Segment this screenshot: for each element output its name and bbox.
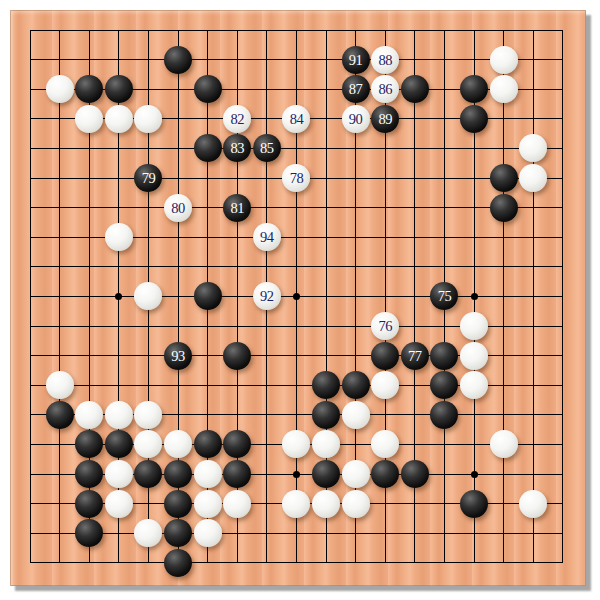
move-number: 89: [378, 105, 392, 133]
move-number: 83: [230, 134, 244, 162]
black-stone: [430, 401, 458, 429]
move-number: 80: [171, 194, 185, 222]
white-stone: [164, 430, 192, 458]
white-stone: [223, 490, 251, 518]
white-stone: [519, 164, 547, 192]
move-number: 93: [171, 342, 185, 370]
white-stone: [490, 430, 518, 458]
black-stone: [223, 460, 251, 488]
black-stone: [134, 460, 162, 488]
white-stone: [75, 105, 103, 133]
move-number: 90: [349, 105, 363, 133]
white-stone: [460, 312, 488, 340]
white-stone: 76: [371, 312, 399, 340]
move-number: 87: [349, 75, 363, 103]
white-stone: [460, 342, 488, 370]
white-stone: [75, 401, 103, 429]
move-number: 94: [260, 223, 274, 251]
black-stone: [312, 371, 340, 399]
black-stone: [46, 401, 74, 429]
black-stone: [194, 134, 222, 162]
black-stone: [105, 75, 133, 103]
white-stone: [105, 401, 133, 429]
black-stone: [342, 371, 370, 399]
black-stone: [490, 164, 518, 192]
white-stone: 84: [282, 105, 310, 133]
move-number: 86: [378, 75, 392, 103]
star-point: [293, 471, 300, 478]
black-stone: [164, 490, 192, 518]
black-stone: [430, 371, 458, 399]
move-number: 77: [408, 342, 422, 370]
star-point: [115, 293, 122, 300]
black-stone: [490, 194, 518, 222]
move-number: 82: [230, 105, 244, 133]
black-stone: [164, 549, 192, 577]
move-number: 78: [290, 164, 304, 192]
white-stone: [134, 430, 162, 458]
black-stone: 85: [253, 134, 281, 162]
black-stone: 81: [223, 194, 251, 222]
black-stone: [75, 75, 103, 103]
black-stone: [194, 430, 222, 458]
black-stone: [75, 460, 103, 488]
white-stone: [134, 282, 162, 310]
white-stone: [105, 460, 133, 488]
grid-line-horizontal: [30, 533, 564, 534]
black-stone: [371, 460, 399, 488]
black-stone: 93: [164, 342, 192, 370]
grid-line-vertical: [562, 30, 563, 564]
black-stone: [223, 430, 251, 458]
grid-line-vertical: [503, 30, 504, 564]
black-stone: 91: [342, 46, 370, 74]
black-stone: [164, 460, 192, 488]
white-stone: [134, 519, 162, 547]
white-stone: [519, 490, 547, 518]
grid-line-vertical: [533, 30, 534, 564]
move-number: 76: [378, 312, 392, 340]
black-stone: [194, 282, 222, 310]
white-stone: [194, 490, 222, 518]
black-stone: 89: [371, 105, 399, 133]
white-stone: [134, 105, 162, 133]
white-stone: [312, 490, 340, 518]
white-stone: [371, 371, 399, 399]
black-stone: 87: [342, 75, 370, 103]
black-stone: 79: [134, 164, 162, 192]
move-number: 75: [438, 282, 452, 310]
white-stone: [490, 46, 518, 74]
black-stone: [105, 430, 133, 458]
white-stone: [342, 460, 370, 488]
white-stone: [105, 490, 133, 518]
white-stone: 86: [371, 75, 399, 103]
white-stone: [342, 490, 370, 518]
white-stone: [46, 75, 74, 103]
white-stone: [105, 223, 133, 251]
white-stone: 78: [282, 164, 310, 192]
move-number: 91: [349, 46, 363, 74]
black-stone: [401, 75, 429, 103]
black-stone: [312, 460, 340, 488]
white-stone: [194, 460, 222, 488]
grid-line-horizontal: [30, 562, 564, 563]
black-stone: [460, 75, 488, 103]
move-number: 81: [230, 194, 244, 222]
move-number: 88: [378, 46, 392, 74]
move-number: 84: [290, 105, 304, 133]
black-stone: [75, 519, 103, 547]
black-stone: 75: [430, 282, 458, 310]
black-stone: [430, 342, 458, 370]
move-number: 79: [142, 164, 156, 192]
white-stone: [342, 401, 370, 429]
go-board[interactable]: 9188878682849089838579788081949275769377: [10, 10, 586, 586]
white-stone: [46, 371, 74, 399]
star-point: [471, 471, 478, 478]
white-stone: [312, 430, 340, 458]
white-stone: [282, 490, 310, 518]
white-stone: [194, 519, 222, 547]
black-stone: [75, 430, 103, 458]
black-stone: [223, 342, 251, 370]
star-point: [471, 293, 478, 300]
white-stone: [490, 75, 518, 103]
white-stone: [460, 371, 488, 399]
white-stone: 94: [253, 223, 281, 251]
black-stone: [164, 46, 192, 74]
white-stone: 92: [253, 282, 281, 310]
white-stone: 82: [223, 105, 251, 133]
move-number: 92: [260, 282, 274, 310]
white-stone: 90: [342, 105, 370, 133]
move-number: 85: [260, 134, 274, 162]
white-stone: [519, 134, 547, 162]
black-stone: [371, 342, 399, 370]
white-stone: [134, 401, 162, 429]
black-stone: [75, 490, 103, 518]
black-stone: [194, 75, 222, 103]
white-stone: [371, 430, 399, 458]
black-stone: 83: [223, 134, 251, 162]
black-stone: [312, 401, 340, 429]
white-stone: [105, 105, 133, 133]
black-stone: [164, 519, 192, 547]
black-stone: [460, 490, 488, 518]
white-stone: [282, 430, 310, 458]
white-stone: 80: [164, 194, 192, 222]
white-stone: 88: [371, 46, 399, 74]
page-background: 9188878682849089838579788081949275769377: [0, 0, 600, 600]
star-point: [293, 293, 300, 300]
black-stone: [460, 105, 488, 133]
black-stone: 77: [401, 342, 429, 370]
black-stone: [401, 460, 429, 488]
